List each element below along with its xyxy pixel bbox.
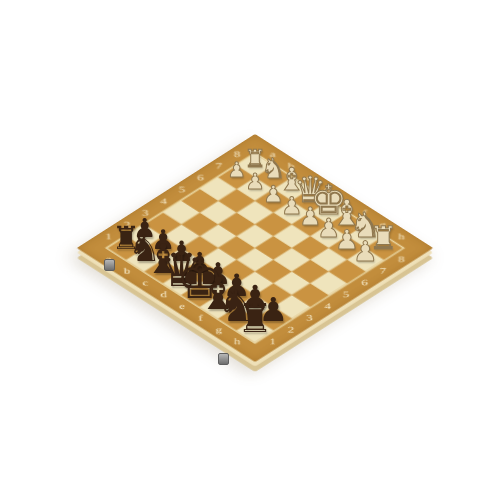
rank-label-5: 5 (337, 289, 355, 301)
rank-label-6: 6 (356, 277, 374, 289)
metal-clasp-icon (218, 353, 229, 365)
product-photo-scene: aabbccddeeffgghh1122334455667788 ♜♞♝♛♚♝♞… (0, 0, 500, 500)
piece-dark-rook-h1: ♜ (237, 298, 273, 338)
piece-light-pawn-a7: ♟ (227, 161, 246, 182)
piece-light-pawn-b7: ♟ (245, 172, 265, 194)
rank-label-4: 4 (319, 301, 337, 313)
rank-label-3: 3 (300, 312, 318, 324)
piece-light-pawn-h7: ♟ (353, 237, 378, 265)
metal-clasp-icon (104, 259, 115, 271)
